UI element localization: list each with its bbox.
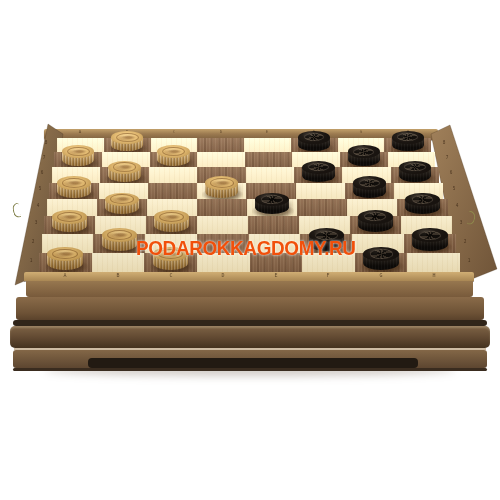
checker-top	[102, 228, 137, 242]
square-e4[interactable]	[247, 199, 297, 216]
square-f5[interactable]	[296, 183, 345, 199]
checker-top	[154, 210, 189, 224]
checker-top	[392, 131, 424, 144]
checker-top	[47, 247, 83, 261]
square-c5[interactable]	[148, 183, 197, 199]
checker-top	[302, 161, 335, 174]
checker-white-c3[interactable]	[154, 210, 189, 232]
checker-top	[399, 161, 432, 174]
square-h2[interactable]	[404, 234, 456, 253]
checker-top	[298, 131, 330, 144]
square-e8[interactable]	[244, 138, 291, 152]
checker-white-b6[interactable]	[108, 161, 141, 182]
checker-top	[358, 210, 393, 224]
square-f8[interactable]	[291, 138, 338, 152]
square-e3[interactable]	[248, 216, 299, 234]
checker-white-c7[interactable]	[157, 145, 189, 166]
checker-white-a7[interactable]	[62, 145, 94, 166]
checker-top	[105, 193, 139, 207]
checker-top	[412, 228, 447, 242]
square-e7[interactable]	[245, 152, 293, 167]
square-a5[interactable]	[49, 183, 98, 199]
square-h8[interactable]	[384, 138, 431, 152]
checker-top	[57, 176, 91, 189]
checker-top	[52, 210, 87, 224]
checker-white-b8[interactable]	[111, 131, 143, 151]
square-h4[interactable]	[397, 199, 447, 216]
square-d3[interactable]	[197, 216, 248, 234]
square-d5[interactable]	[197, 183, 246, 199]
checker-top	[157, 145, 189, 158]
square-g1[interactable]	[355, 253, 408, 272]
front-rail-bevel	[24, 272, 474, 281]
checker-black-e4[interactable]	[255, 193, 289, 215]
checker-top	[405, 193, 439, 207]
square-h1[interactable]	[407, 253, 460, 272]
square-c6[interactable]	[149, 167, 197, 183]
checker-black-f8[interactable]	[298, 131, 330, 151]
checker-white-a1[interactable]	[47, 247, 83, 270]
square-f4[interactable]	[297, 199, 347, 216]
checker-black-f6[interactable]	[302, 161, 335, 182]
square-b8[interactable]	[104, 138, 151, 152]
checker-top	[108, 161, 141, 174]
checker-black-h6[interactable]	[399, 161, 432, 182]
checker-white-a5[interactable]	[57, 176, 91, 197]
square-c3[interactable]	[146, 216, 197, 234]
square-g7[interactable]	[340, 152, 388, 167]
checker-black-g1[interactable]	[363, 247, 399, 270]
checker-black-h4[interactable]	[405, 193, 439, 215]
checker-top	[363, 247, 399, 261]
wooden-checkers-set-photo: ABCDEFGH ABCDEFGH1122334455667788 PODARO…	[0, 0, 500, 500]
square-g3[interactable]	[350, 216, 401, 234]
checker-top	[353, 176, 387, 189]
square-h6[interactable]	[391, 167, 439, 183]
checker-black-h2[interactable]	[412, 228, 447, 251]
checker-white-d5[interactable]	[205, 176, 239, 197]
checker-top	[205, 176, 239, 189]
checker-black-g3[interactable]	[358, 210, 393, 232]
checker-black-g7[interactable]	[348, 145, 380, 166]
checker-top	[255, 193, 289, 207]
square-g5[interactable]	[345, 183, 394, 199]
square-a7[interactable]	[54, 152, 102, 167]
square-c7[interactable]	[150, 152, 198, 167]
square-a1[interactable]	[39, 253, 92, 272]
checker-black-h8[interactable]	[392, 131, 424, 151]
site-watermark: PODAROKKAGDOMY.RU	[136, 237, 356, 258]
square-d8[interactable]	[197, 138, 244, 152]
square-f6[interactable]	[294, 167, 342, 183]
square-b6[interactable]	[100, 167, 148, 183]
checker-white-b4[interactable]	[105, 193, 139, 215]
square-e6[interactable]	[246, 167, 294, 183]
checker-white-b2[interactable]	[102, 228, 137, 251]
front-rail-face	[26, 281, 473, 297]
square-a3[interactable]	[44, 216, 95, 234]
square-d4[interactable]	[197, 199, 247, 216]
square-d7[interactable]	[197, 152, 245, 167]
checker-black-g5[interactable]	[353, 176, 387, 197]
square-b4[interactable]	[97, 199, 147, 216]
checker-top	[111, 131, 143, 144]
checker-white-a3[interactable]	[52, 210, 87, 232]
